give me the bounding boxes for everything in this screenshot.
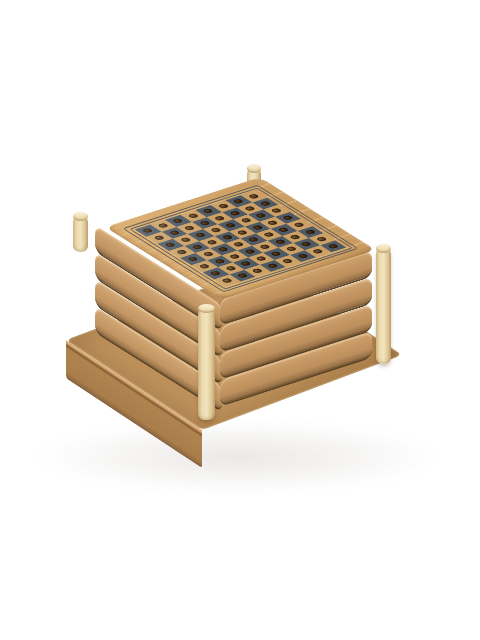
peg-hole [259,244,271,249]
peg-hole [301,241,313,246]
peg-hole [206,240,218,245]
peg-hole [233,199,245,204]
peg-hole [221,278,233,283]
peg-hole [248,194,260,199]
peg-hole [240,261,252,266]
peg-hole [282,215,294,220]
peg-hole [191,244,203,249]
peg-hole [237,230,249,235]
peg-hole [312,249,324,254]
peg-hole [327,244,339,249]
peg-hole [229,254,241,259]
peg-hole [176,249,188,254]
peg-hole [263,232,275,237]
peg-hole [229,211,241,216]
post-top-front [198,304,215,313]
peg-hole [165,242,177,247]
post-top-rear [247,164,261,173]
peg-hole [225,266,237,271]
peg-hole [297,253,309,258]
post-top-right [376,244,391,253]
corner-post-front [198,308,215,420]
coaster-chess-set-photo [0,0,480,640]
peg-hole [218,247,230,252]
peg-hole [203,252,215,257]
peg-hole [244,206,256,211]
peg-hole [278,227,290,232]
peg-hole [218,204,230,209]
peg-hole [248,237,260,242]
peg-hole [172,218,184,223]
peg-hole [225,223,237,228]
peg-hole [142,228,154,233]
peg-hole [233,242,245,247]
peg-hole [289,234,301,239]
post-top-left [73,212,88,221]
peg-hole [271,251,283,256]
peg-hole [240,218,252,223]
peg-hole [274,239,286,244]
peg-hole [210,228,222,233]
peg-hole [214,259,226,264]
peg-hole [286,246,298,251]
peg-hole [180,237,192,242]
peg-hole [169,230,181,235]
peg-hole [293,222,305,227]
corner-post-right [376,248,391,364]
peg-hole [188,213,200,218]
peg-hole [187,256,199,261]
peg-hole [195,232,207,237]
peg-hole [154,235,166,240]
peg-hole [267,263,279,268]
peg-hole [255,213,267,218]
corner-post-left [73,216,88,252]
peg-hole [184,225,196,230]
peg-hole [271,208,283,213]
peg-hole [252,268,264,273]
peg-hole [244,249,256,254]
peg-hole [305,229,317,234]
peg-hole [252,225,264,230]
peg-hole [316,237,328,242]
peg-hole [203,209,215,214]
peg-hole [157,223,169,228]
peg-hole [267,220,279,225]
peg-hole [255,256,267,261]
peg-hole [214,216,226,221]
peg-hole [210,271,222,276]
peg-hole [259,201,271,206]
peg-hole [236,273,248,278]
peg-hole [282,258,294,263]
peg-hole [199,221,211,226]
peg-hole [221,235,233,240]
peg-hole [199,264,211,269]
